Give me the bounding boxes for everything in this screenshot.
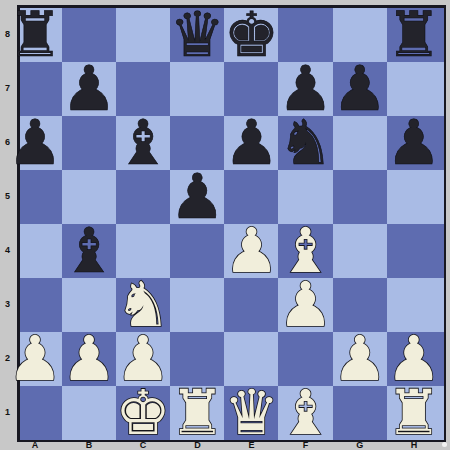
file-label-a: A (25, 441, 45, 450)
rank-label-4: 4 (0, 245, 15, 255)
chessboard-app: ♜♛♚♜♟♟♟♟♝♟♞♟♟♝♟♝♞♟♟♟♟♟♟♚♜♛♝♜ 87654321ABC… (0, 0, 450, 450)
square-d3[interactable] (170, 278, 224, 332)
file-label-d: D (187, 441, 207, 450)
piece-white-rook-h1[interactable]: ♜ (382, 381, 446, 445)
rank-label-6: 6 (0, 137, 15, 147)
file-label-e: E (242, 441, 262, 450)
file-label-b: B (79, 441, 99, 450)
file-label-c: C (133, 441, 153, 450)
square-h4[interactable] (387, 224, 444, 278)
rank-label-5: 5 (0, 191, 15, 201)
resize-grip-dot (442, 442, 447, 447)
piece-white-bishop-f1[interactable]: ♝ (274, 381, 338, 445)
rank-label-2: 2 (0, 353, 15, 363)
square-g5[interactable] (333, 170, 387, 224)
rank-label-7: 7 (0, 83, 15, 93)
square-c8[interactable] (116, 8, 170, 62)
piece-black-pawn-h6[interactable]: ♟ (382, 111, 446, 175)
file-label-f: F (296, 441, 316, 450)
rank-label-1: 1 (0, 407, 15, 417)
piece-black-knight-f6[interactable]: ♞ (274, 111, 338, 175)
rank-label-8: 8 (0, 29, 15, 39)
rank-label-3: 3 (0, 299, 15, 309)
file-label-g: G (350, 441, 370, 450)
square-a4[interactable] (20, 224, 62, 278)
square-g4[interactable] (333, 224, 387, 278)
file-label-h: H (404, 441, 424, 450)
